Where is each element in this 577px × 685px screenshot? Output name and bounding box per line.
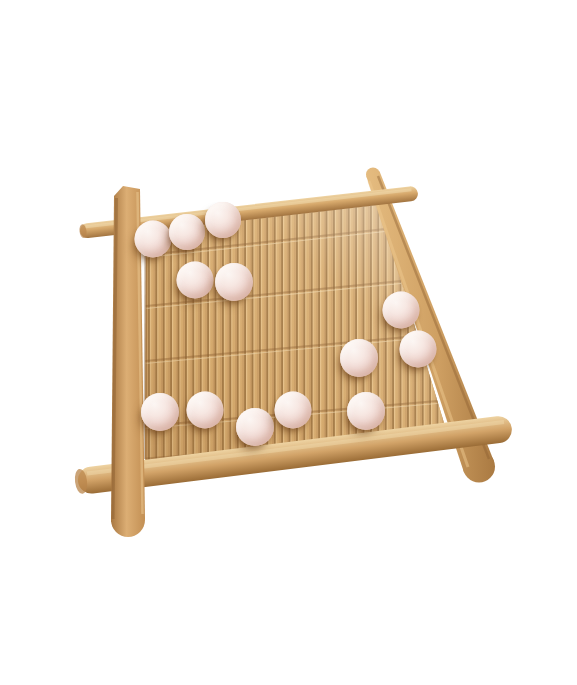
quartz-marble-11[interactable] <box>236 408 274 446</box>
quartz-marble-8[interactable] <box>340 339 378 377</box>
quartz-marble-13[interactable] <box>347 392 385 430</box>
quartz-marble-10[interactable] <box>187 392 224 429</box>
quartz-marble-3[interactable] <box>205 202 241 238</box>
quartz-marble-7[interactable] <box>400 331 437 368</box>
quartz-marble-1[interactable] <box>135 221 172 258</box>
marble-layer <box>0 0 577 685</box>
quartz-marble-9[interactable] <box>141 393 179 431</box>
quartz-marble-2[interactable] <box>169 214 205 250</box>
quartz-marble-4[interactable] <box>177 262 214 299</box>
quartz-marble-6[interactable] <box>383 292 420 329</box>
photo-canvas <box>0 0 577 685</box>
quartz-marble-5[interactable] <box>215 263 253 301</box>
quartz-marble-12[interactable] <box>275 392 312 429</box>
